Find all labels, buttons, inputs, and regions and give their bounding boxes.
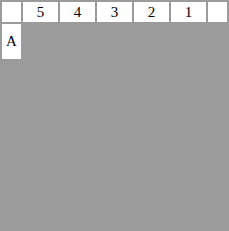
col-label-top-3: 3	[97, 2, 132, 22]
row-label-left-A: A	[2, 24, 21, 59]
col-label-top-4: 4	[60, 2, 95, 22]
col-label-top-2: 2	[134, 2, 169, 22]
col-label-top-5: 5	[23, 2, 58, 22]
corner-top-right	[208, 2, 227, 22]
col-label-top-1: 1	[171, 2, 206, 22]
corner-top-left	[2, 2, 21, 22]
minishogi-board: 54321A	[0, 0, 229, 231]
